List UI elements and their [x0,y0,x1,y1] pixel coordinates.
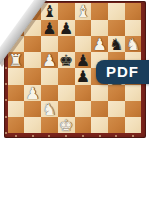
square-f6: ♟ [91,36,108,52]
square-g1 [108,117,125,133]
square-e6 [75,36,92,52]
square-e5: ♟ [75,52,92,68]
square-e4: ♟ [75,68,92,84]
piece-black-pawn-d7: ♟ [59,20,73,36]
square-a4 [8,68,25,84]
square-h3 [125,85,142,101]
square-d7: ♟ [58,20,75,36]
square-c1 [41,117,58,133]
square-a3 [8,85,25,101]
piece-white-knight-c2: ♞ [42,101,56,117]
square-d3 [58,85,75,101]
square-d2 [58,101,75,117]
square-g3 [108,85,125,101]
square-c2: ♞ [41,101,58,117]
square-b3: ♟ [24,85,41,101]
square-f8 [91,3,108,19]
square-h6: ♞ [125,36,142,52]
square-h7 [125,20,142,36]
square-e8: ♝ [75,3,92,19]
file-tick [99,135,101,137]
pdf-badge-label: PDF [96,63,149,80]
square-f2 [91,101,108,117]
piece-black-king-d5: ♚ [59,53,73,69]
square-h2 [125,101,142,117]
file-tick [65,135,67,137]
square-b2 [24,101,41,117]
square-b1 [24,117,41,133]
square-f7 [91,20,108,36]
square-d8 [58,3,75,19]
file-tick [48,135,50,137]
piece-white-bishop-e8: ♝ [76,4,90,20]
square-g6: ♞ [108,36,125,52]
piece-black-pawn-e5: ♟ [76,53,90,69]
file-tick [82,135,84,137]
page-corner-fold [0,0,50,68]
square-h8 [125,3,142,19]
piece-white-pawn-b3: ♟ [26,85,40,101]
square-d5: ♚ [58,52,75,68]
piece-white-knight-h6: ♞ [126,36,140,52]
square-g2 [108,101,125,117]
square-b4 [24,68,41,84]
square-e2 [75,101,92,117]
piece-white-pawn-f6: ♟ [92,36,106,52]
rank-tick [5,116,7,118]
square-d1: ♚ [58,117,75,133]
piece-white-king-d1: ♚ [59,118,73,134]
square-a2 [8,101,25,117]
square-e1 [75,117,92,133]
square-a1 [8,117,25,133]
file-tick [132,135,134,137]
square-h1 [125,117,142,133]
square-f1 [91,117,108,133]
piece-black-pawn-e4: ♟ [76,69,90,85]
piece-black-knight-g6: ♞ [109,36,123,52]
file-tick [115,135,117,137]
document-thumbnail[interactable]: ♝♝♟♟♟♞♞♜♟♚♟♟♜♟♞♚ PDF [0,0,149,198]
square-d4 [58,68,75,84]
file-tick [32,135,34,137]
square-e3 [75,85,92,101]
square-g8 [108,3,125,19]
square-c3 [41,85,58,101]
pdf-badge: PDF [96,60,149,85]
file-tick [15,135,17,137]
square-e7 [75,20,92,36]
rank-tick [5,132,7,134]
page-fold-graphic [0,0,50,68]
square-c4 [41,68,58,84]
square-g7 [108,20,125,36]
square-d6 [58,36,75,52]
square-f3 [91,85,108,101]
